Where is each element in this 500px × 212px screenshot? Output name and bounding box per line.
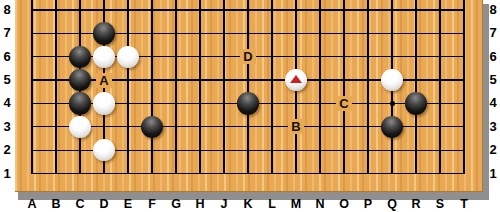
column-label-L: L [260, 196, 284, 212]
triangle-marker-icon [290, 75, 302, 83]
column-label-H: H [188, 196, 212, 212]
intersection-O5[interactable] [332, 68, 356, 91]
black-stone-R4 [405, 92, 428, 115]
intersection-O1[interactable] [332, 162, 356, 185]
intersection-R6[interactable] [404, 45, 428, 68]
row-label-8-left: 8 [0, 2, 14, 18]
intersection-A6[interactable] [20, 45, 44, 68]
intersection-L7[interactable] [260, 22, 284, 45]
intersection-R7[interactable] [404, 22, 428, 45]
intersection-R5[interactable] [404, 68, 428, 91]
intersection-E1[interactable] [116, 162, 140, 185]
intersection-H8[interactable] [188, 0, 212, 22]
intersection-Q1[interactable] [380, 162, 404, 185]
intersection-M4[interactable] [284, 92, 308, 115]
intersection-L5[interactable] [260, 68, 284, 91]
intersection-Q2[interactable] [380, 138, 404, 161]
intersection-R8[interactable] [404, 0, 428, 22]
intersection-E7[interactable] [116, 22, 140, 45]
intersection-D3[interactable] [92, 115, 116, 138]
intersection-H5[interactable] [188, 68, 212, 91]
intersection-K7[interactable] [236, 22, 260, 45]
intersection-N7[interactable] [308, 22, 332, 45]
intersection-E6[interactable] [116, 45, 140, 68]
intersection-S6[interactable] [428, 45, 452, 68]
white-stone-C3 [69, 116, 92, 139]
intersection-O2[interactable] [332, 138, 356, 161]
row-label-4-left: 4 [0, 95, 14, 111]
intersection-D1[interactable] [92, 162, 116, 185]
intersection-G2[interactable] [164, 138, 188, 161]
row-label-6-left: 6 [0, 49, 14, 65]
intersection-J6[interactable] [212, 45, 236, 68]
intersection-L4[interactable] [260, 92, 284, 115]
black-stone-C4 [69, 92, 92, 115]
black-stone-K4 [237, 92, 260, 115]
intersection-N8[interactable] [308, 0, 332, 22]
intersection-H4[interactable] [188, 92, 212, 115]
intersection-B6[interactable] [44, 45, 68, 68]
intersection-D2[interactable] [92, 138, 116, 161]
intersection-P4[interactable] [356, 92, 380, 115]
intersection-B1[interactable] [44, 162, 68, 185]
intersection-C2[interactable] [68, 138, 92, 161]
intersection-E5[interactable] [116, 68, 140, 91]
intersection-E2[interactable] [116, 138, 140, 161]
intersection-F3[interactable] [140, 115, 164, 138]
intersection-Q4[interactable] [380, 92, 404, 115]
intersection-P6[interactable] [356, 45, 380, 68]
star-point-Q4 [390, 101, 395, 106]
intersection-C5[interactable] [68, 68, 92, 91]
intersection-S7[interactable] [428, 22, 452, 45]
column-label-F: F [140, 196, 164, 212]
row-label-3-left: 3 [0, 119, 14, 135]
row-label-5-right: 5 [486, 72, 500, 88]
black-stone-Q3 [381, 116, 404, 139]
intersection-L2[interactable] [260, 138, 284, 161]
row-label-2-left: 2 [0, 142, 14, 158]
white-stone-E6 [117, 46, 140, 69]
board-label-C: C [336, 96, 352, 111]
intersection-H1[interactable] [188, 162, 212, 185]
intersection-S2[interactable] [428, 138, 452, 161]
intersection-O8[interactable] [332, 0, 356, 22]
intersection-F7[interactable] [140, 22, 164, 45]
white-stone-D6 [93, 46, 116, 69]
intersection-S5[interactable] [428, 68, 452, 91]
intersection-O6[interactable] [332, 45, 356, 68]
intersection-G4[interactable] [164, 92, 188, 115]
intersection-Q7[interactable] [380, 22, 404, 45]
board-grid: DACB [20, 0, 476, 185]
column-label-A: A [20, 196, 44, 212]
black-stone-C5 [69, 69, 92, 92]
white-stone-D2 [93, 139, 116, 162]
white-stone-Q5 [381, 69, 404, 92]
column-label-B: B [44, 196, 68, 212]
intersection-N6[interactable] [308, 45, 332, 68]
intersection-G6[interactable] [164, 45, 188, 68]
intersection-C1[interactable] [68, 162, 92, 185]
intersection-Q8[interactable] [380, 0, 404, 22]
intersection-C4[interactable] [68, 92, 92, 115]
intersection-M6[interactable] [284, 45, 308, 68]
intersection-G7[interactable] [164, 22, 188, 45]
row-label-2-right: 2 [486, 142, 500, 158]
intersection-O7[interactable] [332, 22, 356, 45]
intersection-M8[interactable] [284, 0, 308, 22]
intersection-J2[interactable] [212, 138, 236, 161]
intersection-L8[interactable] [260, 0, 284, 22]
intersection-C3[interactable] [68, 115, 92, 138]
intersection-K4[interactable] [236, 92, 260, 115]
row-label-8-right: 8 [486, 2, 500, 18]
intersection-P3[interactable] [356, 115, 380, 138]
column-label-N: N [308, 196, 332, 212]
intersection-K6[interactable]: D [236, 45, 260, 68]
board-label-D: D [240, 49, 256, 64]
intersection-Q6[interactable] [380, 45, 404, 68]
white-stone-M5 [285, 69, 308, 92]
board-label-A: A [96, 73, 112, 88]
intersection-N3[interactable] [308, 115, 332, 138]
intersection-A8[interactable] [20, 0, 44, 22]
intersection-B8[interactable] [44, 0, 68, 22]
intersection-F8[interactable] [140, 0, 164, 22]
black-stone-F3 [141, 116, 164, 139]
go-board: DACB [15, 0, 483, 192]
intersection-O4[interactable]: C [332, 92, 356, 115]
intersection-H3[interactable] [188, 115, 212, 138]
intersection-A7[interactable] [20, 22, 44, 45]
intersection-S3[interactable] [428, 115, 452, 138]
intersection-O3[interactable] [332, 115, 356, 138]
intersection-P5[interactable] [356, 68, 380, 91]
intersection-J7[interactable] [212, 22, 236, 45]
intersection-B5[interactable] [44, 68, 68, 91]
intersection-M5[interactable] [284, 68, 308, 91]
intersection-F6[interactable] [140, 45, 164, 68]
intersection-F4[interactable] [140, 92, 164, 115]
intersection-N1[interactable] [308, 162, 332, 185]
intersection-E8[interactable] [116, 0, 140, 22]
intersection-M1[interactable] [284, 162, 308, 185]
column-label-O: O [332, 196, 356, 212]
intersection-H2[interactable] [188, 138, 212, 161]
intersection-F1[interactable] [140, 162, 164, 185]
column-label-C: C [68, 196, 92, 212]
intersection-F2[interactable] [140, 138, 164, 161]
intersection-H6[interactable] [188, 45, 212, 68]
intersection-J3[interactable] [212, 115, 236, 138]
column-label-M: M [284, 196, 308, 212]
intersection-K5[interactable] [236, 68, 260, 91]
intersection-N5[interactable] [308, 68, 332, 91]
go-diagram: DACB 87654321 87654321 ABCDEFGHJKLMNOPQR… [0, 0, 500, 212]
intersection-M2[interactable] [284, 138, 308, 161]
intersection-A4[interactable] [20, 92, 44, 115]
intersection-L1[interactable] [260, 162, 284, 185]
intersection-M7[interactable] [284, 22, 308, 45]
row-label-4-right: 4 [486, 95, 500, 111]
intersection-T3[interactable] [452, 115, 476, 138]
column-label-Q: Q [380, 196, 404, 212]
intersection-J1[interactable] [212, 162, 236, 185]
intersection-L6[interactable] [260, 45, 284, 68]
intersection-H7[interactable] [188, 22, 212, 45]
intersection-B3[interactable] [44, 115, 68, 138]
intersection-J8[interactable] [212, 0, 236, 22]
intersection-K2[interactable] [236, 138, 260, 161]
intersection-K8[interactable] [236, 0, 260, 22]
intersection-E3[interactable] [116, 115, 140, 138]
intersection-E4[interactable] [116, 92, 140, 115]
intersection-D5[interactable]: A [92, 68, 116, 91]
intersection-B4[interactable] [44, 92, 68, 115]
row-label-7-right: 7 [486, 25, 500, 41]
intersection-T5[interactable] [452, 68, 476, 91]
intersection-T2[interactable] [452, 138, 476, 161]
intersection-T4[interactable] [452, 92, 476, 115]
intersection-G5[interactable] [164, 68, 188, 91]
intersection-D4[interactable] [92, 92, 116, 115]
intersection-K1[interactable] [236, 162, 260, 185]
intersection-R2[interactable] [404, 138, 428, 161]
intersection-F5[interactable] [140, 68, 164, 91]
intersection-P7[interactable] [356, 22, 380, 45]
intersection-T8[interactable] [452, 0, 476, 22]
intersection-C8[interactable] [68, 0, 92, 22]
intersection-G8[interactable] [164, 0, 188, 22]
intersection-A5[interactable] [20, 68, 44, 91]
intersection-S4[interactable] [428, 92, 452, 115]
intersection-P1[interactable] [356, 162, 380, 185]
intersection-R3[interactable] [404, 115, 428, 138]
intersection-R4[interactable] [404, 92, 428, 115]
intersection-K3[interactable] [236, 115, 260, 138]
row-label-1-left: 1 [0, 166, 14, 182]
intersection-N2[interactable] [308, 138, 332, 161]
intersection-D8[interactable] [92, 0, 116, 22]
intersection-J5[interactable] [212, 68, 236, 91]
black-stone-D7 [93, 22, 116, 45]
column-label-P: P [356, 196, 380, 212]
intersection-T6[interactable] [452, 45, 476, 68]
intersection-B7[interactable] [44, 22, 68, 45]
column-label-K: K [236, 196, 260, 212]
intersection-M3[interactable]: B [284, 115, 308, 138]
intersection-S1[interactable] [428, 162, 452, 185]
intersection-A3[interactable] [20, 115, 44, 138]
black-stone-C6 [69, 46, 92, 69]
intersection-C7[interactable] [68, 22, 92, 45]
intersection-R1[interactable] [404, 162, 428, 185]
intersection-P2[interactable] [356, 138, 380, 161]
intersection-A2[interactable] [20, 138, 44, 161]
intersection-S8[interactable] [428, 0, 452, 22]
column-label-T: T [452, 196, 476, 212]
intersection-Q3[interactable] [380, 115, 404, 138]
white-stone-D4 [93, 92, 116, 115]
column-label-J: J [212, 196, 236, 212]
row-label-6-right: 6 [486, 49, 500, 65]
intersection-L3[interactable] [260, 115, 284, 138]
column-label-R: R [404, 196, 428, 212]
intersection-G1[interactable] [164, 162, 188, 185]
intersection-Q5[interactable] [380, 68, 404, 91]
intersection-B2[interactable] [44, 138, 68, 161]
intersection-D6[interactable] [92, 45, 116, 68]
board-label-B: B [288, 119, 304, 134]
row-label-5-left: 5 [0, 72, 14, 88]
intersection-D7[interactable] [92, 22, 116, 45]
column-label-S: S [428, 196, 452, 212]
column-label-E: E [116, 196, 140, 212]
row-label-7-left: 7 [0, 25, 14, 41]
intersection-T7[interactable] [452, 22, 476, 45]
row-label-3-right: 3 [486, 119, 500, 135]
intersection-G3[interactable] [164, 115, 188, 138]
intersection-J4[interactable] [212, 92, 236, 115]
intersection-T1[interactable] [452, 162, 476, 185]
intersection-N4[interactable] [308, 92, 332, 115]
intersection-A1[interactable] [20, 162, 44, 185]
column-label-G: G [164, 196, 188, 212]
column-label-D: D [92, 196, 116, 212]
intersection-C6[interactable] [68, 45, 92, 68]
row-label-1-right: 1 [486, 166, 500, 182]
intersection-P8[interactable] [356, 0, 380, 22]
